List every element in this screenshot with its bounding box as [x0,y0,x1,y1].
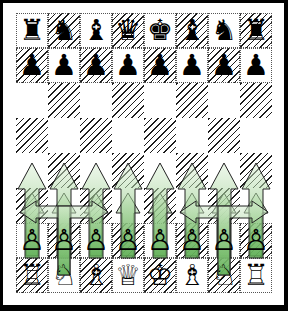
square-c4 [80,153,112,188]
square-f3 [176,188,208,223]
square-g6 [208,83,240,118]
square-h1 [240,258,272,293]
square-b3 [48,188,80,223]
square-f1 [176,258,208,293]
square-c2 [80,223,112,258]
square-e5 [144,118,176,153]
square-c5 [80,118,112,153]
square-d4 [112,153,144,188]
square-b4 [48,153,80,188]
square-g5 [208,118,240,153]
square-a1 [16,258,48,293]
square-d3 [112,188,144,223]
chess-diagram: ♜♞♝♛♚♝♞♜♟♟♟♟♟♟♟♟♙♙♙♙♙♙♙♙♖♘♗♕♔♗♘♖ [0,0,288,311]
square-b8 [48,13,80,48]
square-d6 [112,83,144,118]
square-h5 [240,118,272,153]
board-wrap: ♜♞♝♛♚♝♞♜♟♟♟♟♟♟♟♟♙♙♙♙♙♙♙♙♖♘♗♕♔♗♘♖ [16,13,272,293]
square-d5 [112,118,144,153]
square-g3 [208,188,240,223]
square-c1 [80,258,112,293]
square-e7 [144,48,176,83]
square-f4 [176,153,208,188]
square-a7 [16,48,48,83]
square-a8 [16,13,48,48]
square-b2 [48,223,80,258]
square-g1 [208,258,240,293]
square-h6 [240,83,272,118]
square-g2 [208,223,240,258]
square-e4 [144,153,176,188]
square-b6 [48,83,80,118]
square-f2 [176,223,208,258]
square-d2 [112,223,144,258]
square-a4 [16,153,48,188]
square-g8 [208,13,240,48]
square-b1 [48,258,80,293]
square-f6 [176,83,208,118]
square-e3 [144,188,176,223]
square-d1 [112,258,144,293]
chess-board [16,13,272,293]
square-d8 [112,13,144,48]
square-a3 [16,188,48,223]
square-g4 [208,153,240,188]
square-d7 [112,48,144,83]
square-h8 [240,13,272,48]
square-e8 [144,13,176,48]
square-c3 [80,188,112,223]
square-e1 [144,258,176,293]
square-h3 [240,188,272,223]
square-b7 [48,48,80,83]
square-e2 [144,223,176,258]
square-h4 [240,153,272,188]
square-c8 [80,13,112,48]
square-f7 [176,48,208,83]
square-g7 [208,48,240,83]
square-a2 [16,223,48,258]
square-b5 [48,118,80,153]
square-c7 [80,48,112,83]
square-a6 [16,83,48,118]
square-c6 [80,83,112,118]
square-f8 [176,13,208,48]
square-h7 [240,48,272,83]
square-f5 [176,118,208,153]
square-a5 [16,118,48,153]
square-e6 [144,83,176,118]
square-h2 [240,223,272,258]
